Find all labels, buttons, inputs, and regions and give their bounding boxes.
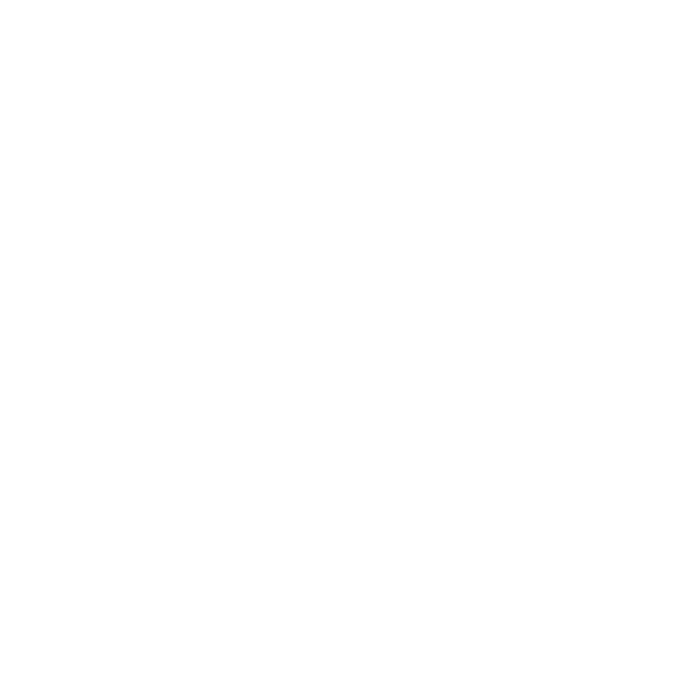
product-photo-scene — [0, 0, 700, 700]
